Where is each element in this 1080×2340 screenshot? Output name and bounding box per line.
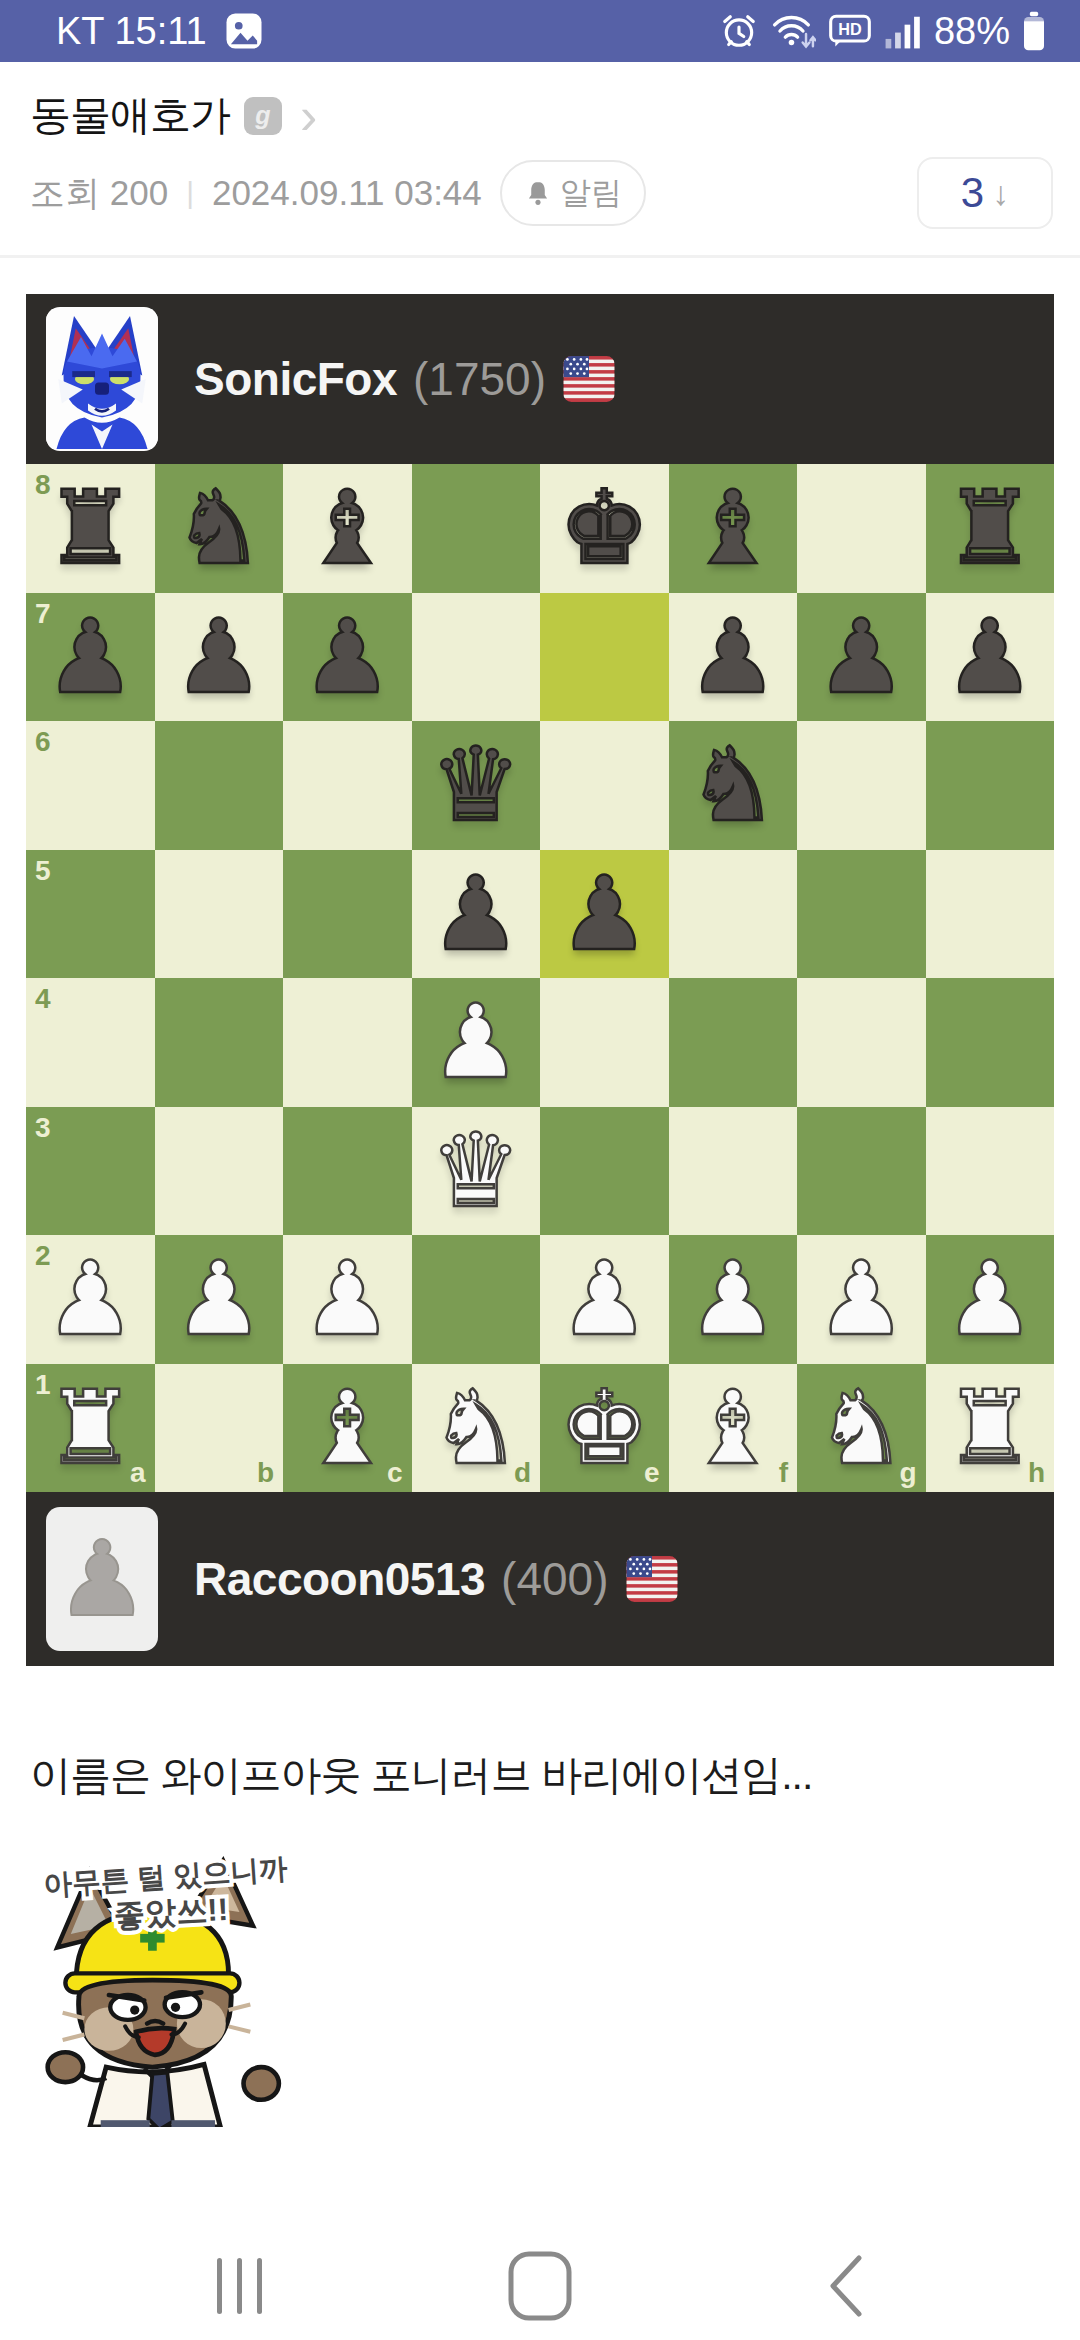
piece-white-pawn: ♟ (173, 1248, 264, 1350)
square-h7: ♟ (926, 593, 1055, 722)
file-label-b: b (257, 1457, 274, 1489)
alarm-button[interactable]: 알림 (500, 160, 646, 226)
recents-button[interactable] (214, 2255, 266, 2317)
battery-icon (1022, 11, 1046, 51)
square-f7: ♟ (669, 593, 798, 722)
piece-white-bishop: ♝ (302, 1377, 393, 1479)
piece-white-king: ♚ (559, 1377, 650, 1479)
square-d5: ♟ (412, 850, 541, 979)
square-d4: ♟ (412, 978, 541, 1107)
piece-black-rook: ♜ (944, 477, 1035, 579)
file-label-e: e (644, 1457, 660, 1489)
player-rating: (400) (501, 1552, 608, 1606)
opponent-player-bar: SonicFox (1750) (26, 294, 1054, 464)
post-meta-row: 조회 200 | 2024.09.11 03:44 알림 3 ↓ (0, 157, 1080, 229)
rank-label-7: 7 (35, 598, 51, 630)
square-a8: 8♜ (26, 464, 155, 593)
square-g2: ♟ (797, 1235, 926, 1364)
piece-white-pawn: ♟ (816, 1248, 907, 1350)
piece-black-rook: ♜ (45, 477, 136, 579)
square-d8 (412, 464, 541, 593)
sticker-caption-line2: 좋았쓰!! (113, 1892, 229, 1933)
alarm-label: 알림 (560, 172, 622, 214)
rank-label-6: 6 (35, 726, 51, 758)
square-g8 (797, 464, 926, 593)
square-e5: ♟ (540, 850, 669, 979)
square-a5: 5 (26, 850, 155, 979)
chess-image[interactable]: SonicFox (1750) (26, 294, 1054, 1666)
player-player-bar: ♟ Raccoon0513 (400) (26, 1492, 1054, 1666)
piece-white-pawn: ♟ (45, 1248, 136, 1350)
piece-white-pawn: ♟ (430, 991, 521, 1093)
file-label-a: a (130, 1457, 146, 1489)
piece-black-bishop: ♝ (302, 477, 393, 579)
square-f4 (669, 978, 798, 1107)
square-b1: b (155, 1364, 284, 1493)
comment-count-button[interactable]: 3 ↓ (917, 157, 1053, 229)
piece-black-pawn: ♟ (944, 606, 1035, 708)
square-f3 (669, 1107, 798, 1236)
square-b4 (155, 978, 284, 1107)
rank-label-1: 1 (35, 1369, 51, 1401)
opponent-avatar (46, 307, 158, 451)
square-g3 (797, 1107, 926, 1236)
square-d1: d♞ (412, 1364, 541, 1493)
square-c8: ♝ (283, 464, 412, 593)
square-c3 (283, 1107, 412, 1236)
square-c6 (283, 721, 412, 850)
svg-text:HD: HD (838, 20, 862, 38)
square-a6: 6 (26, 721, 155, 850)
post-timestamp: 2024.09.11 03:44 (212, 173, 482, 213)
piece-black-pawn: ♟ (687, 606, 778, 708)
hd-icon: HD (828, 14, 872, 48)
square-h5 (926, 850, 1055, 979)
square-d7 (412, 593, 541, 722)
square-f6: ♞ (669, 721, 798, 850)
gallery-notification-icon (223, 10, 265, 52)
square-e3 (540, 1107, 669, 1236)
opponent-rating: (1750) (413, 352, 546, 406)
battery-percent: 88% (934, 10, 1010, 53)
square-h6 (926, 721, 1055, 850)
square-g4 (797, 978, 926, 1107)
android-nav-bar (0, 2232, 1080, 2340)
alarm-icon (720, 12, 758, 50)
rank-label-5: 5 (35, 855, 51, 887)
piece-white-queen: ♛ (430, 1120, 521, 1222)
signal-icon (884, 12, 922, 50)
piece-white-bishop: ♝ (687, 1377, 778, 1479)
square-g5 (797, 850, 926, 979)
square-c7: ♟ (283, 593, 412, 722)
piece-white-pawn: ♟ (687, 1248, 778, 1350)
square-b2: ♟ (155, 1235, 284, 1364)
rank-label-2: 2 (35, 1240, 51, 1272)
piece-black-pawn: ♟ (430, 863, 521, 965)
piece-white-pawn: ♟ (559, 1248, 650, 1350)
piece-black-pawn: ♟ (45, 606, 136, 708)
piece-black-queen: ♛ (430, 734, 521, 836)
square-a1: 1a♜ (26, 1364, 155, 1493)
square-h3 (926, 1107, 1055, 1236)
post-body-text: 이름은 와이프아웃 포니러브 바리에이션임... (30, 1748, 1050, 1803)
square-c2: ♟ (283, 1235, 412, 1364)
chevron-right-icon: › (300, 90, 317, 142)
file-label-c: c (387, 1457, 403, 1489)
square-g6 (797, 721, 926, 850)
pawn-avatar-icon: ♟ (55, 1527, 148, 1631)
square-a3: 3 (26, 1107, 155, 1236)
square-f8: ♝ (669, 464, 798, 593)
back-button[interactable] (826, 2253, 864, 2319)
sticker-image[interactable]: 아무튼 털 있으니까 좋았쓰!! (30, 1855, 302, 2127)
square-b8: ♞ (155, 464, 284, 593)
square-c1: c♝ (283, 1364, 412, 1493)
file-label-f: f (779, 1457, 788, 1489)
square-h2: ♟ (926, 1235, 1055, 1364)
piece-white-knight: ♞ (816, 1377, 907, 1479)
square-f1: f♝ (669, 1364, 798, 1493)
square-f2: ♟ (669, 1235, 798, 1364)
square-e4 (540, 978, 669, 1107)
square-e1: e♚ (540, 1364, 669, 1493)
us-flag-icon (562, 352, 616, 406)
player-avatar: ♟ (46, 1507, 158, 1651)
piece-black-pawn: ♟ (816, 606, 907, 708)
piece-black-pawn: ♟ (302, 606, 393, 708)
piece-white-rook: ♜ (45, 1377, 136, 1479)
player-name: Raccoon0513 (194, 1552, 485, 1606)
square-e6 (540, 721, 669, 850)
piece-black-pawn: ♟ (173, 606, 264, 708)
piece-black-king: ♚ (559, 477, 650, 579)
file-label-g: g (899, 1457, 916, 1489)
meta-divider: | (186, 176, 194, 210)
piece-black-bishop: ♝ (687, 477, 778, 579)
bell-icon (524, 179, 552, 207)
square-e7 (540, 593, 669, 722)
piece-black-knight: ♞ (687, 734, 778, 836)
square-a4: 4 (26, 978, 155, 1107)
opponent-name: SonicFox (194, 352, 397, 406)
square-c5 (283, 850, 412, 979)
piece-white-rook: ♜ (944, 1377, 1035, 1479)
square-b6 (155, 721, 284, 850)
square-a2: 2♟ (26, 1235, 155, 1364)
square-h4 (926, 978, 1055, 1107)
carrier-time: KT 15:11 (56, 10, 207, 53)
rank-label-4: 4 (35, 983, 51, 1015)
comment-count: 3 (961, 169, 984, 217)
chess-board: 8♜♞♝♚♝♜7♟♟♟♟♟♟6♛♞5♟♟4♟3♛2♟♟♟♟♟♟♟1a♜bc♝d♞… (26, 464, 1054, 1492)
square-h1: h♜ (926, 1364, 1055, 1493)
us-flag-icon (625, 1552, 679, 1606)
square-e8: ♚ (540, 464, 669, 593)
down-arrow-icon: ↓ (992, 174, 1009, 213)
home-button[interactable] (506, 2249, 574, 2323)
square-d2 (412, 1235, 541, 1364)
piece-white-pawn: ♟ (302, 1248, 393, 1350)
piece-white-knight: ♞ (430, 1377, 521, 1479)
piece-white-pawn: ♟ (944, 1248, 1035, 1350)
status-bar: KT 15:11 HD (0, 0, 1080, 62)
square-f5 (669, 850, 798, 979)
square-d6: ♛ (412, 721, 541, 850)
square-b3 (155, 1107, 284, 1236)
sticker-caption-line1: 아무튼 털 있으니까 (42, 1855, 288, 1901)
file-label-h: h (1028, 1457, 1045, 1489)
gallery-title: 동물애호가 (30, 88, 230, 143)
square-h8: ♜ (926, 464, 1055, 593)
rank-label-3: 3 (35, 1112, 51, 1144)
square-a7: 7♟ (26, 593, 155, 722)
square-e2: ♟ (540, 1235, 669, 1364)
view-count: 조회 200 (30, 170, 168, 217)
square-c4 (283, 978, 412, 1107)
rank-label-8: 8 (35, 469, 51, 501)
piece-black-knight: ♞ (173, 477, 264, 579)
square-g7: ♟ (797, 593, 926, 722)
header-separator (0, 255, 1080, 258)
gallery-badge-icon: g (244, 97, 282, 135)
square-b7: ♟ (155, 593, 284, 722)
gallery-header[interactable]: 동물애호가 g › (0, 62, 1080, 143)
wifi-icon (770, 11, 816, 51)
square-d3: ♛ (412, 1107, 541, 1236)
square-g1: g♞ (797, 1364, 926, 1493)
piece-black-pawn: ♟ (559, 863, 650, 965)
square-b5 (155, 850, 284, 979)
file-label-d: d (514, 1457, 531, 1489)
